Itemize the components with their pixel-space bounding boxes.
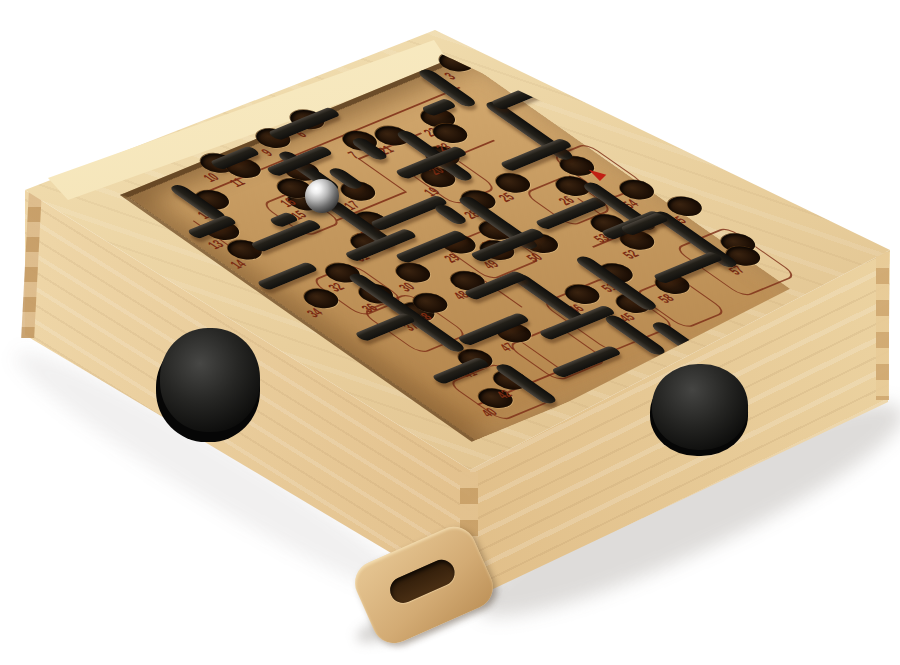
front-tilt-knob[interactable] [156,328,262,442]
steel-ball [305,179,339,213]
right-tilt-knob[interactable] [650,364,750,458]
hole-number-9: 9 [258,147,275,158]
front-knob-face [160,328,260,432]
labyrinth-game-photo: 3678910111213141516171819202122232425262… [0,0,900,665]
finger-joints-right-corner [876,252,889,400]
tray-slot [386,556,459,607]
right-knob-face [652,364,748,450]
maze-wall [256,261,319,291]
hole-number-7: 7 [344,149,361,160]
